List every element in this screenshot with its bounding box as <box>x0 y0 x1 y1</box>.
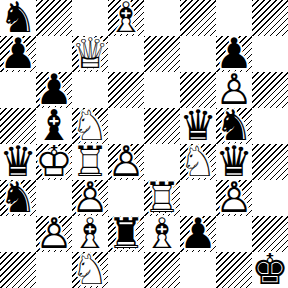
square-c1[interactable]: ♞♘ <box>72 252 108 288</box>
black-bishop-icon: ♝ <box>36 108 72 144</box>
black-knight-icon: ♞ <box>216 108 252 144</box>
square-c8[interactable] <box>72 0 108 36</box>
white-bishop-halo: ♝ <box>72 216 108 252</box>
square-h1[interactable]: ♚♚ <box>252 252 288 288</box>
square-d2[interactable]: ♜♜ <box>108 216 144 252</box>
square-f5[interactable]: ♛♛ <box>180 108 216 144</box>
black-pawn-icon: ♟ <box>216 36 252 72</box>
white-bishop-halo: ♝ <box>144 216 180 252</box>
white-pawn-halo: ♟ <box>36 216 72 252</box>
square-a4[interactable]: ♛♛ <box>0 144 36 180</box>
white-bishop-icon: ♗ <box>108 0 144 36</box>
black-king-halo: ♚ <box>252 252 288 288</box>
square-h4[interactable] <box>252 144 288 180</box>
square-g3[interactable]: ♟♙ <box>216 180 252 216</box>
square-a7[interactable]: ♟♟ <box>0 36 36 72</box>
white-king-icon: ♔ <box>36 144 72 180</box>
square-f1[interactable] <box>180 252 216 288</box>
square-d8[interactable]: ♝♗ <box>108 0 144 36</box>
white-pawn-halo: ♟ <box>216 180 252 216</box>
square-a3[interactable]: ♞♞ <box>0 180 36 216</box>
square-e3[interactable]: ♜♖ <box>144 180 180 216</box>
square-d5[interactable] <box>108 108 144 144</box>
square-h7[interactable] <box>252 36 288 72</box>
black-pawn-halo: ♟ <box>216 36 252 72</box>
black-queen-icon: ♛ <box>180 108 216 144</box>
square-g8[interactable] <box>216 0 252 36</box>
black-knight-halo: ♞ <box>0 0 36 36</box>
square-e5[interactable] <box>144 108 180 144</box>
white-rook-icon: ♖ <box>72 144 108 180</box>
square-a6[interactable] <box>0 72 36 108</box>
white-pawn-icon: ♙ <box>216 72 252 108</box>
white-rook-halo: ♜ <box>144 180 180 216</box>
square-b8[interactable] <box>36 0 72 36</box>
square-d6[interactable] <box>108 72 144 108</box>
black-knight-halo: ♞ <box>0 180 36 216</box>
square-b1[interactable] <box>36 252 72 288</box>
square-d7[interactable] <box>108 36 144 72</box>
square-g4[interactable]: ♛♛ <box>216 144 252 180</box>
square-f8[interactable] <box>180 0 216 36</box>
square-a2[interactable] <box>0 216 36 252</box>
white-pawn-icon: ♙ <box>36 216 72 252</box>
white-bishop-icon: ♗ <box>72 216 108 252</box>
square-f6[interactable] <box>180 72 216 108</box>
square-h5[interactable] <box>252 108 288 144</box>
black-pawn-icon: ♟ <box>36 72 72 108</box>
black-knight-icon: ♞ <box>0 0 36 36</box>
white-rook-halo: ♜ <box>72 144 108 180</box>
white-queen-halo: ♛ <box>72 36 108 72</box>
black-king-icon: ♚ <box>252 252 288 288</box>
white-bishop-icon: ♗ <box>144 216 180 252</box>
square-b2[interactable]: ♟♙ <box>36 216 72 252</box>
square-d3[interactable] <box>108 180 144 216</box>
black-rook-halo: ♜ <box>108 216 144 252</box>
black-pawn-icon: ♟ <box>0 36 36 72</box>
black-pawn-halo: ♟ <box>180 216 216 252</box>
black-pawn-halo: ♟ <box>0 36 36 72</box>
square-f3[interactable] <box>180 180 216 216</box>
square-g1[interactable] <box>216 252 252 288</box>
square-d4[interactable]: ♟♙ <box>108 144 144 180</box>
square-e8[interactable] <box>144 0 180 36</box>
white-pawn-halo: ♟ <box>108 144 144 180</box>
square-e1[interactable] <box>144 252 180 288</box>
black-knight-halo: ♞ <box>216 108 252 144</box>
black-knight-icon: ♞ <box>0 180 36 216</box>
square-h2[interactable] <box>252 216 288 252</box>
white-pawn-icon: ♙ <box>108 144 144 180</box>
square-e2[interactable]: ♝♗ <box>144 216 180 252</box>
square-f2[interactable]: ♟♟ <box>180 216 216 252</box>
square-f7[interactable] <box>180 36 216 72</box>
square-a1[interactable] <box>0 252 36 288</box>
black-queen-halo: ♛ <box>0 144 36 180</box>
white-knight-icon: ♘ <box>180 144 216 180</box>
square-b6[interactable]: ♟♟ <box>36 72 72 108</box>
square-e4[interactable] <box>144 144 180 180</box>
black-queen-icon: ♛ <box>0 144 36 180</box>
square-b7[interactable] <box>36 36 72 72</box>
white-knight-halo: ♞ <box>72 252 108 288</box>
white-knight-icon: ♘ <box>72 252 108 288</box>
black-queen-halo: ♛ <box>216 144 252 180</box>
white-pawn-halo: ♟ <box>216 72 252 108</box>
square-g2[interactable] <box>216 216 252 252</box>
white-bishop-halo: ♝ <box>108 0 144 36</box>
white-knight-icon: ♘ <box>72 108 108 144</box>
black-pawn-icon: ♟ <box>180 216 216 252</box>
square-a5[interactable] <box>0 108 36 144</box>
square-h6[interactable] <box>252 72 288 108</box>
square-e6[interactable] <box>144 72 180 108</box>
square-b3[interactable] <box>36 180 72 216</box>
white-rook-icon: ♖ <box>144 180 180 216</box>
white-knight-halo: ♞ <box>180 144 216 180</box>
black-queen-icon: ♛ <box>216 144 252 180</box>
chess-board: ♞♞♝♗♟♟♛♕♟♟♟♟♟♙♝♝♞♘♛♛♞♞♛♛♚♔♜♖♟♙♞♘♛♛♞♞♟♙♜♖… <box>0 0 288 288</box>
square-g5[interactable]: ♞♞ <box>216 108 252 144</box>
square-c2[interactable]: ♝♗ <box>72 216 108 252</box>
black-bishop-halo: ♝ <box>36 108 72 144</box>
square-g6[interactable]: ♟♙ <box>216 72 252 108</box>
white-pawn-halo: ♟ <box>72 180 108 216</box>
white-knight-halo: ♞ <box>72 108 108 144</box>
square-f4[interactable]: ♞♘ <box>180 144 216 180</box>
white-pawn-icon: ♙ <box>216 180 252 216</box>
square-b5[interactable]: ♝♝ <box>36 108 72 144</box>
black-pawn-halo: ♟ <box>36 72 72 108</box>
white-pawn-icon: ♙ <box>72 180 108 216</box>
square-c7[interactable]: ♛♕ <box>72 36 108 72</box>
square-c3[interactable]: ♟♙ <box>72 180 108 216</box>
black-rook-icon: ♜ <box>108 216 144 252</box>
square-h3[interactable] <box>252 180 288 216</box>
square-c4[interactable]: ♜♖ <box>72 144 108 180</box>
white-king-halo: ♚ <box>36 144 72 180</box>
square-c6[interactable] <box>72 72 108 108</box>
square-e7[interactable] <box>144 36 180 72</box>
square-b4[interactable]: ♚♔ <box>36 144 72 180</box>
white-queen-icon: ♕ <box>72 36 108 72</box>
square-h8[interactable] <box>252 0 288 36</box>
square-g7[interactable]: ♟♟ <box>216 36 252 72</box>
chess-diagram: ♞♞♝♗♟♟♛♕♟♟♟♟♟♙♝♝♞♘♛♛♞♞♛♛♚♔♜♖♟♙♞♘♛♛♞♞♟♙♜♖… <box>0 0 288 288</box>
black-queen-halo: ♛ <box>180 108 216 144</box>
square-c5[interactable]: ♞♘ <box>72 108 108 144</box>
square-d1[interactable] <box>108 252 144 288</box>
square-a8[interactable]: ♞♞ <box>0 0 36 36</box>
